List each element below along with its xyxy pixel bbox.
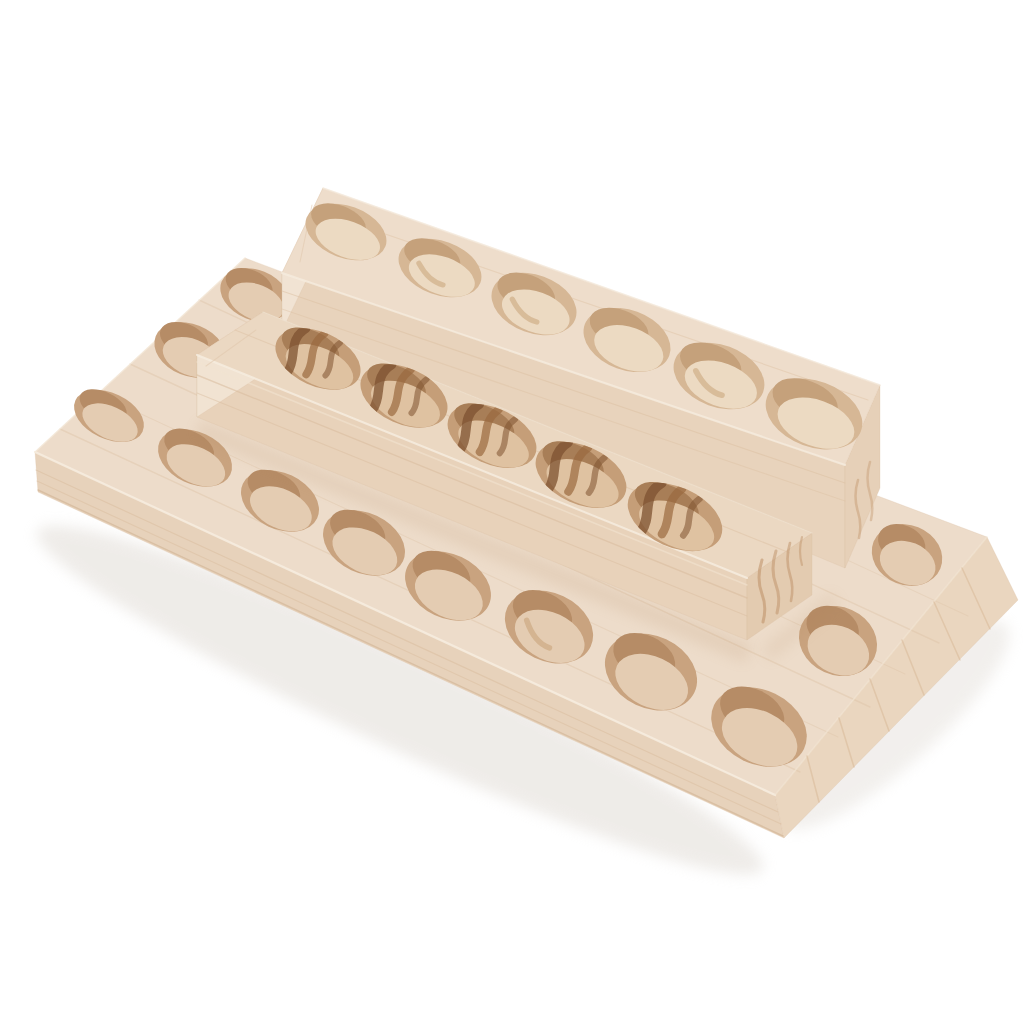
rack-svg (0, 0, 1024, 1024)
product-photo (0, 0, 1024, 1024)
